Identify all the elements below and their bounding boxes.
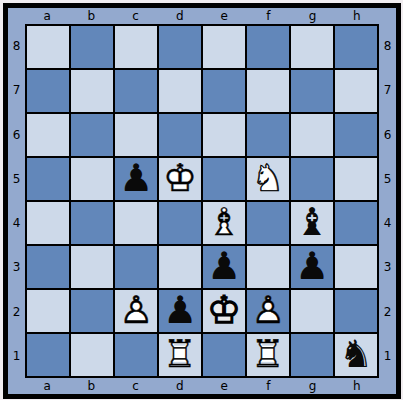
file-label-g: g (309, 10, 317, 22)
square-g5[interactable] (291, 158, 333, 200)
black-pawn-glyph: ♟ (291, 247, 333, 285)
white-pawn-outline: ♙ (247, 291, 289, 329)
square-b6[interactable] (71, 114, 113, 156)
square-a5[interactable] (27, 158, 69, 200)
file-label-b: b (88, 10, 96, 22)
rank-labels-left: 87654321 (8, 24, 25, 378)
square-c1[interactable] (115, 334, 157, 376)
square-g1[interactable] (291, 334, 333, 376)
piece-black-king-e2[interactable]: ♚♔ (203, 290, 245, 332)
piece-white-knight-f5[interactable]: ♞♘ (247, 158, 289, 200)
square-e7[interactable] (203, 70, 245, 112)
square-f2[interactable]: ♟♙ (247, 290, 289, 332)
square-g8[interactable] (291, 26, 333, 68)
square-d2[interactable]: ♟ (159, 290, 201, 332)
page-margin: abcdefgh 87654321 ♟♚♔♞♘♝♗♝♟♟♟♙♟♚♔♟♙♜♖♜♖♞… (0, 0, 403, 400)
file-label-c: c (132, 380, 139, 392)
square-b8[interactable] (71, 26, 113, 68)
square-f6[interactable] (247, 114, 289, 156)
rank-label-8: 8 (384, 40, 392, 52)
file-label-c: c (132, 10, 139, 22)
chess-board: abcdefgh 87654321 ♟♚♔♞♘♝♗♝♟♟♟♙♟♚♔♟♙♜♖♜♖♞… (3, 3, 401, 399)
square-h8[interactable] (335, 26, 377, 68)
file-labels-bottom: abcdefgh (25, 378, 379, 394)
rank-label-4: 4 (384, 217, 392, 229)
square-g2[interactable] (291, 290, 333, 332)
rank-labels-right: 87654321 (379, 24, 396, 378)
piece-black-knight-h1[interactable]: ♞ (335, 334, 377, 376)
square-c7[interactable] (115, 70, 157, 112)
rank-label-4: 4 (13, 217, 21, 229)
piece-black-pawn-g3[interactable]: ♟ (291, 246, 333, 288)
square-d6[interactable] (159, 114, 201, 156)
white-knight-outline: ♘ (247, 159, 289, 197)
piece-white-rook-d1[interactable]: ♜♖ (159, 334, 201, 376)
square-f7[interactable] (247, 70, 289, 112)
rank-label-6: 6 (13, 129, 21, 141)
square-c5[interactable]: ♟ (115, 158, 157, 200)
square-h7[interactable] (335, 70, 377, 112)
file-label-e: e (220, 380, 227, 392)
rank-label-8: 8 (13, 40, 21, 52)
file-label-g: g (309, 380, 317, 392)
rank-label-5: 5 (384, 173, 392, 185)
rank-label-1: 1 (13, 350, 21, 362)
square-e8[interactable] (203, 26, 245, 68)
square-e5[interactable] (203, 158, 245, 200)
square-f8[interactable] (247, 26, 289, 68)
file-label-a: a (43, 10, 50, 22)
file-label-f: f (266, 380, 270, 392)
black-pawn-glyph: ♟ (159, 291, 201, 329)
piece-white-pawn-c2[interactable]: ♟♙ (115, 290, 157, 332)
square-b5[interactable] (71, 158, 113, 200)
square-f5[interactable]: ♞♘ (247, 158, 289, 200)
rank-label-1: 1 (384, 350, 392, 362)
square-h2[interactable] (335, 290, 377, 332)
black-king-outline: ♔ (203, 291, 245, 329)
piece-white-pawn-f2[interactable]: ♟♙ (247, 290, 289, 332)
square-d5[interactable]: ♚♔ (159, 158, 201, 200)
square-f3[interactable] (247, 246, 289, 288)
square-f1[interactable]: ♜♖ (247, 334, 289, 376)
file-label-h: h (353, 380, 361, 392)
square-d4[interactable] (159, 202, 201, 244)
piece-white-rook-f1[interactable]: ♜♖ (247, 334, 289, 376)
square-b2[interactable] (71, 290, 113, 332)
white-bishop-outline: ♗ (203, 203, 245, 241)
square-h6[interactable] (335, 114, 377, 156)
square-g7[interactable] (291, 70, 333, 112)
square-e2[interactable]: ♚♔ (203, 290, 245, 332)
square-b1[interactable] (71, 334, 113, 376)
white-rook-outline: ♖ (247, 335, 289, 373)
square-d8[interactable] (159, 26, 201, 68)
square-a6[interactable] (27, 114, 69, 156)
black-knight-glyph: ♞ (335, 335, 377, 373)
black-bishop-glyph: ♝ (291, 203, 333, 241)
square-h3[interactable] (335, 246, 377, 288)
board-squares: ♟♚♔♞♘♝♗♝♟♟♟♙♟♚♔♟♙♜♖♜♖♞ (25, 24, 379, 378)
piece-black-pawn-e3[interactable]: ♟ (203, 246, 245, 288)
square-a7[interactable] (27, 70, 69, 112)
square-a1[interactable] (27, 334, 69, 376)
file-label-d: d (176, 380, 184, 392)
piece-black-pawn-d2[interactable]: ♟ (159, 290, 201, 332)
square-f4[interactable] (247, 202, 289, 244)
file-label-f: f (266, 10, 270, 22)
white-pawn-outline: ♙ (115, 291, 157, 329)
file-labels-top: abcdefgh (25, 8, 379, 24)
piece-black-pawn-c5[interactable]: ♟ (115, 158, 157, 200)
square-e6[interactable] (203, 114, 245, 156)
piece-white-bishop-e4[interactable]: ♝♗ (203, 202, 245, 244)
square-c8[interactable] (115, 26, 157, 68)
file-label-e: e (220, 10, 227, 22)
square-g6[interactable] (291, 114, 333, 156)
square-e1[interactable] (203, 334, 245, 376)
square-a3[interactable] (27, 246, 69, 288)
file-label-d: d (176, 10, 184, 22)
square-c6[interactable] (115, 114, 157, 156)
square-b3[interactable] (71, 246, 113, 288)
file-label-b: b (88, 380, 96, 392)
square-c3[interactable] (115, 246, 157, 288)
black-pawn-glyph: ♟ (203, 247, 245, 285)
square-a4[interactable] (27, 202, 69, 244)
file-label-a: a (43, 380, 50, 392)
square-g3[interactable]: ♟ (291, 246, 333, 288)
square-e4[interactable]: ♝♗ (203, 202, 245, 244)
rank-label-3: 3 (13, 261, 21, 273)
square-d1[interactable]: ♜♖ (159, 334, 201, 376)
rank-label-2: 2 (13, 306, 21, 318)
square-b7[interactable] (71, 70, 113, 112)
square-a8[interactable] (27, 26, 69, 68)
rank-label-7: 7 (384, 84, 392, 96)
square-c2[interactable]: ♟♙ (115, 290, 157, 332)
white-king-outline: ♔ (159, 159, 201, 197)
square-d3[interactable] (159, 246, 201, 288)
piece-white-king-d5[interactable]: ♚♔ (159, 158, 201, 200)
rank-label-3: 3 (384, 261, 392, 273)
rank-label-7: 7 (13, 84, 21, 96)
white-rook-outline: ♖ (159, 335, 201, 373)
square-h5[interactable] (335, 158, 377, 200)
square-c4[interactable] (115, 202, 157, 244)
square-a2[interactable] (27, 290, 69, 332)
square-g4[interactable]: ♝ (291, 202, 333, 244)
file-label-h: h (353, 10, 361, 22)
square-d7[interactable] (159, 70, 201, 112)
square-h1[interactable]: ♞ (335, 334, 377, 376)
black-pawn-glyph: ♟ (115, 159, 157, 197)
rank-label-6: 6 (384, 129, 392, 141)
rank-label-2: 2 (384, 306, 392, 318)
square-e3[interactable]: ♟ (203, 246, 245, 288)
piece-black-bishop-g4[interactable]: ♝ (291, 202, 333, 244)
square-b4[interactable] (71, 202, 113, 244)
square-h4[interactable] (335, 202, 377, 244)
rank-label-5: 5 (13, 173, 21, 185)
